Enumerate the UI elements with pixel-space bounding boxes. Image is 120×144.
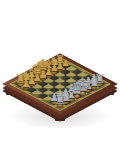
piece-white-pawn: ♟ [17, 79, 35, 89]
piece-black-rook: ♜ [51, 94, 69, 107]
product-photo: ♜♞♝♛♚♝♞♜♟♟♟♟♟♟♟♟♟♟♟♟♟♟♟♟♜♞♝♛♚♝♞♜ [0, 0, 120, 144]
pieces-overlay: ♜♞♝♛♚♝♞♜♟♟♟♟♟♟♟♟♟♟♟♟♟♟♟♟♜♞♝♛♚♝♞♜ [0, 0, 120, 144]
